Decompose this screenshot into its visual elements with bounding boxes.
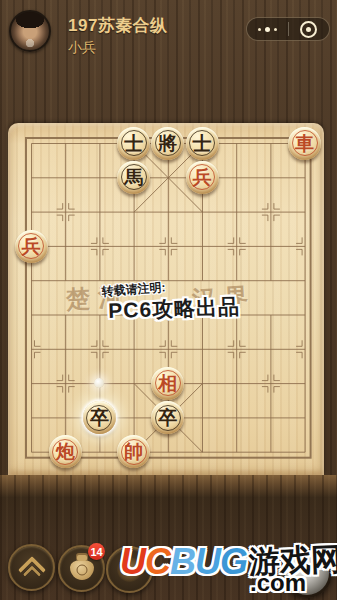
piece-glyph: 兵 bbox=[22, 237, 41, 256]
app-window: 197苏秦合纵 小兵 楚河 汉界 转载请注明: PC6攻略出品 士將士車馬兵兵相… bbox=[0, 0, 337, 600]
piece-glyph: 卒 bbox=[90, 408, 109, 427]
piece-red-elephant[interactable]: 相 bbox=[151, 367, 184, 400]
circle-dot-icon bbox=[300, 21, 317, 38]
wechat-capsule bbox=[246, 17, 330, 41]
piece-layer: 士將士車馬兵兵相卒卒炮帥 bbox=[14, 126, 322, 469]
piece-glyph: 士 bbox=[124, 134, 143, 153]
avatar bbox=[9, 10, 51, 52]
more-dots-icon bbox=[265, 27, 270, 32]
piece-red-pawn[interactable]: 兵 bbox=[186, 161, 219, 194]
ucbug-letter: U bbox=[195, 541, 220, 582]
piece-black-general[interactable]: 將 bbox=[151, 127, 184, 160]
more-dots-icon bbox=[258, 28, 261, 31]
last-move-origin-dot bbox=[94, 378, 104, 388]
more-button[interactable] bbox=[247, 18, 288, 40]
piece-glyph: 卒 bbox=[158, 408, 177, 427]
dotcom-text: .com bbox=[250, 569, 306, 597]
piece-glyph: 馬 bbox=[124, 168, 143, 187]
piece-glyph: 相 bbox=[158, 374, 177, 393]
money-bag-icon bbox=[70, 560, 94, 580]
piece-red-pawn[interactable]: 兵 bbox=[15, 230, 48, 263]
page-title: 197苏秦合纵 bbox=[68, 14, 168, 37]
ucbug-letter: U bbox=[120, 541, 145, 582]
collapse-button[interactable] bbox=[8, 544, 55, 591]
ucbug-letters: UCBUG bbox=[120, 541, 247, 582]
ucbug-letter: G bbox=[220, 541, 247, 582]
coin-badge: 14 bbox=[88, 543, 105, 560]
piece-black-pawn[interactable]: 卒 bbox=[151, 401, 184, 434]
piece-glyph: 將 bbox=[158, 134, 177, 153]
ucbug-letter: C bbox=[145, 541, 170, 582]
piece-black-advisor[interactable]: 士 bbox=[117, 127, 150, 160]
piece-black-advisor[interactable]: 士 bbox=[186, 127, 219, 160]
ucbug-letter: B bbox=[170, 541, 195, 582]
piece-red-cannon[interactable]: 炮 bbox=[49, 435, 82, 468]
coins-button[interactable]: 14 bbox=[58, 545, 105, 592]
piece-glyph: 車 bbox=[295, 134, 314, 153]
piece-black-pawn[interactable]: 卒 bbox=[83, 401, 116, 434]
piece-glyph: 兵 bbox=[193, 168, 212, 187]
piece-red-general[interactable]: 帥 bbox=[117, 435, 150, 468]
close-button[interactable] bbox=[289, 18, 330, 40]
piece-glyph: 炮 bbox=[56, 442, 75, 461]
piece-glyph: 帥 bbox=[124, 442, 143, 461]
more-dots-icon bbox=[274, 28, 277, 31]
piece-black-horse[interactable]: 馬 bbox=[117, 161, 150, 194]
page-subtitle: 小兵 bbox=[68, 39, 96, 57]
piece-red-chariot[interactable]: 車 bbox=[288, 127, 321, 160]
piece-glyph: 士 bbox=[193, 134, 212, 153]
